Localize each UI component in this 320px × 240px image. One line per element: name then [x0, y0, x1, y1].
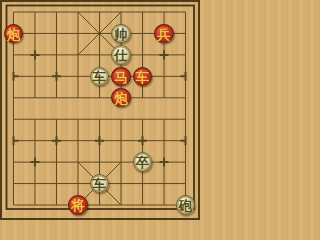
piece-ivory-chariot[interactable]: 车: [90, 67, 110, 87]
piece-glyph: 车: [93, 70, 107, 84]
piece-glyph: 砲: [179, 199, 193, 213]
piece-glyph: 帅: [114, 27, 128, 41]
board-intersections[interactable]: 炮帅兵仕车马车炮卒车将砲: [3, 1, 197, 215]
xiangqi-board: 炮帅兵仕车马车炮卒车将砲: [0, 0, 200, 220]
piece-glyph: 卒: [136, 156, 150, 170]
piece-red-cannon[interactable]: 炮: [4, 24, 24, 44]
piece-ivory-advisor[interactable]: 仕: [111, 45, 131, 65]
piece-ivory-general[interactable]: 帅: [111, 24, 131, 44]
piece-glyph: 车: [93, 177, 107, 191]
piece-glyph: 炮: [114, 91, 128, 105]
piece-glyph: 仕: [114, 49, 128, 63]
piece-ivory-soldier[interactable]: 卒: [133, 152, 153, 172]
piece-glyph: 炮: [7, 27, 21, 41]
piece-red-soldier[interactable]: 兵: [154, 24, 174, 44]
piece-red-horse[interactable]: 马: [111, 67, 131, 87]
piece-red-cannon[interactable]: 炮: [111, 88, 131, 108]
piece-ivory-chariot[interactable]: 车: [90, 174, 110, 194]
piece-red-chariot[interactable]: 车: [133, 67, 153, 87]
piece-glyph: 兵: [157, 27, 171, 41]
piece-glyph: 车: [136, 70, 150, 84]
piece-glyph: 将: [71, 199, 85, 213]
piece-ivory-cannon[interactable]: 砲: [176, 195, 196, 215]
piece-red-general[interactable]: 将: [68, 195, 88, 215]
piece-glyph: 马: [114, 70, 128, 84]
xiangqi-app-window: { "game": "xiangqi", "board": { "files":…: [0, 0, 200, 220]
